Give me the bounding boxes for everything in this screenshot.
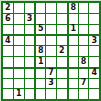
- cell-r9c7-empty[interactable]: [68, 89, 78, 99]
- cell-r5c5-empty[interactable]: [46, 46, 56, 56]
- cell-r7c4-empty[interactable]: [35, 68, 45, 78]
- cell-r5c2-empty[interactable]: [14, 46, 24, 56]
- cell-r6c3-empty[interactable]: [25, 57, 35, 67]
- cell-r4c8-empty[interactable]: [79, 35, 89, 45]
- cell-r7c7-empty[interactable]: [68, 68, 78, 78]
- cell-r6c9-empty[interactable]: [89, 57, 99, 67]
- cell-r5c1-empty[interactable]: [3, 46, 13, 56]
- cell-r7c5-given[interactable]: 7: [46, 68, 56, 78]
- cell-r3c3-empty[interactable]: [25, 25, 35, 35]
- cell-r9c2-given[interactable]: 1: [14, 89, 24, 99]
- cell-r3c5-empty[interactable]: [46, 25, 56, 35]
- cell-r6c6-empty[interactable]: [57, 57, 67, 67]
- cell-r5c3-empty[interactable]: [25, 46, 35, 56]
- cell-r6c2-empty[interactable]: [14, 57, 24, 67]
- cell-r3c9-empty[interactable]: [89, 25, 99, 35]
- cell-r2c7-empty[interactable]: [68, 14, 78, 24]
- cell-r4c5-empty[interactable]: [46, 35, 56, 45]
- cell-r2c1-given[interactable]: 6: [3, 14, 13, 24]
- cell-r4c1-given[interactable]: 4: [3, 35, 13, 45]
- cell-r1c3-empty[interactable]: [25, 3, 35, 13]
- cell-r2c3-given[interactable]: 3: [25, 14, 35, 24]
- cell-r9c9-empty[interactable]: [89, 89, 99, 99]
- cell-r8c4-empty[interactable]: [35, 79, 45, 89]
- cell-r6c7-empty[interactable]: [68, 57, 78, 67]
- sudoku-board: 28635143821874371: [1, 1, 101, 101]
- cell-r3c1-empty[interactable]: [3, 25, 13, 35]
- cell-r8c8-given[interactable]: 7: [79, 79, 89, 89]
- cell-r1c9-empty[interactable]: [89, 3, 99, 13]
- cell-r7c2-empty[interactable]: [14, 68, 24, 78]
- cell-r2c4-empty[interactable]: [35, 14, 45, 24]
- cell-r2c6-empty[interactable]: [57, 14, 67, 24]
- cell-r8c7-empty[interactable]: [68, 79, 78, 89]
- cell-r1c6-empty[interactable]: [57, 3, 67, 13]
- cell-r4c9-given[interactable]: 3: [89, 35, 99, 45]
- cell-r4c3-empty[interactable]: [25, 35, 35, 45]
- cell-r8c9-empty[interactable]: [89, 79, 99, 89]
- cell-r3c2-empty[interactable]: [14, 25, 24, 35]
- cell-r7c9-given[interactable]: 4: [89, 68, 99, 78]
- cell-r1c5-empty[interactable]: [46, 3, 56, 13]
- cell-r3c4-given[interactable]: 5: [35, 25, 45, 35]
- cell-r5c7-empty[interactable]: [68, 46, 78, 56]
- cell-r2c2-empty[interactable]: [14, 14, 24, 24]
- cell-r1c1-given[interactable]: 2: [3, 3, 13, 13]
- cell-r8c3-empty[interactable]: [25, 79, 35, 89]
- cell-r2c5-empty[interactable]: [46, 14, 56, 24]
- cell-r5c4-given[interactable]: 8: [35, 46, 45, 56]
- cell-r3c8-empty[interactable]: [79, 25, 89, 35]
- cell-r4c2-empty[interactable]: [14, 35, 24, 45]
- cell-r9c8-empty[interactable]: [79, 89, 89, 99]
- cell-r2c9-empty[interactable]: [89, 14, 99, 24]
- cell-r7c1-empty[interactable]: [3, 68, 13, 78]
- cell-r2c8-empty[interactable]: [79, 14, 89, 24]
- cell-r4c7-empty[interactable]: [68, 35, 78, 45]
- cell-r8c6-empty[interactable]: [57, 79, 67, 89]
- cell-r1c7-given[interactable]: 8: [68, 3, 78, 13]
- cell-r8c5-given[interactable]: 3: [46, 79, 56, 89]
- cell-r7c3-empty[interactable]: [25, 68, 35, 78]
- cell-r6c5-empty[interactable]: [46, 57, 56, 67]
- cell-r8c2-empty[interactable]: [14, 79, 24, 89]
- cell-r9c3-empty[interactable]: [25, 89, 35, 99]
- cell-r6c1-empty[interactable]: [3, 57, 13, 67]
- cell-r6c8-given[interactable]: 8: [79, 57, 89, 67]
- cell-r1c2-empty[interactable]: [14, 3, 24, 13]
- cell-r4c6-empty[interactable]: [57, 35, 67, 45]
- cell-r1c8-empty[interactable]: [79, 3, 89, 13]
- cell-r1c4-empty[interactable]: [35, 3, 45, 13]
- cell-r3c7-given[interactable]: 1: [68, 25, 78, 35]
- cell-r5c8-empty[interactable]: [79, 46, 89, 56]
- cell-r6c4-given[interactable]: 1: [35, 57, 45, 67]
- cell-r7c6-empty[interactable]: [57, 68, 67, 78]
- cell-r3c6-empty[interactable]: [57, 25, 67, 35]
- cell-r4c4-empty[interactable]: [35, 35, 45, 45]
- cell-r9c6-empty[interactable]: [57, 89, 67, 99]
- cell-r5c6-given[interactable]: 2: [57, 46, 67, 56]
- cell-r9c1-empty[interactable]: [3, 89, 13, 99]
- cell-r9c4-empty[interactable]: [35, 89, 45, 99]
- cell-r7c8-empty[interactable]: [79, 68, 89, 78]
- cell-r9c5-empty[interactable]: [46, 89, 56, 99]
- cell-r5c9-empty[interactable]: [89, 46, 99, 56]
- cell-r8c1-empty[interactable]: [3, 79, 13, 89]
